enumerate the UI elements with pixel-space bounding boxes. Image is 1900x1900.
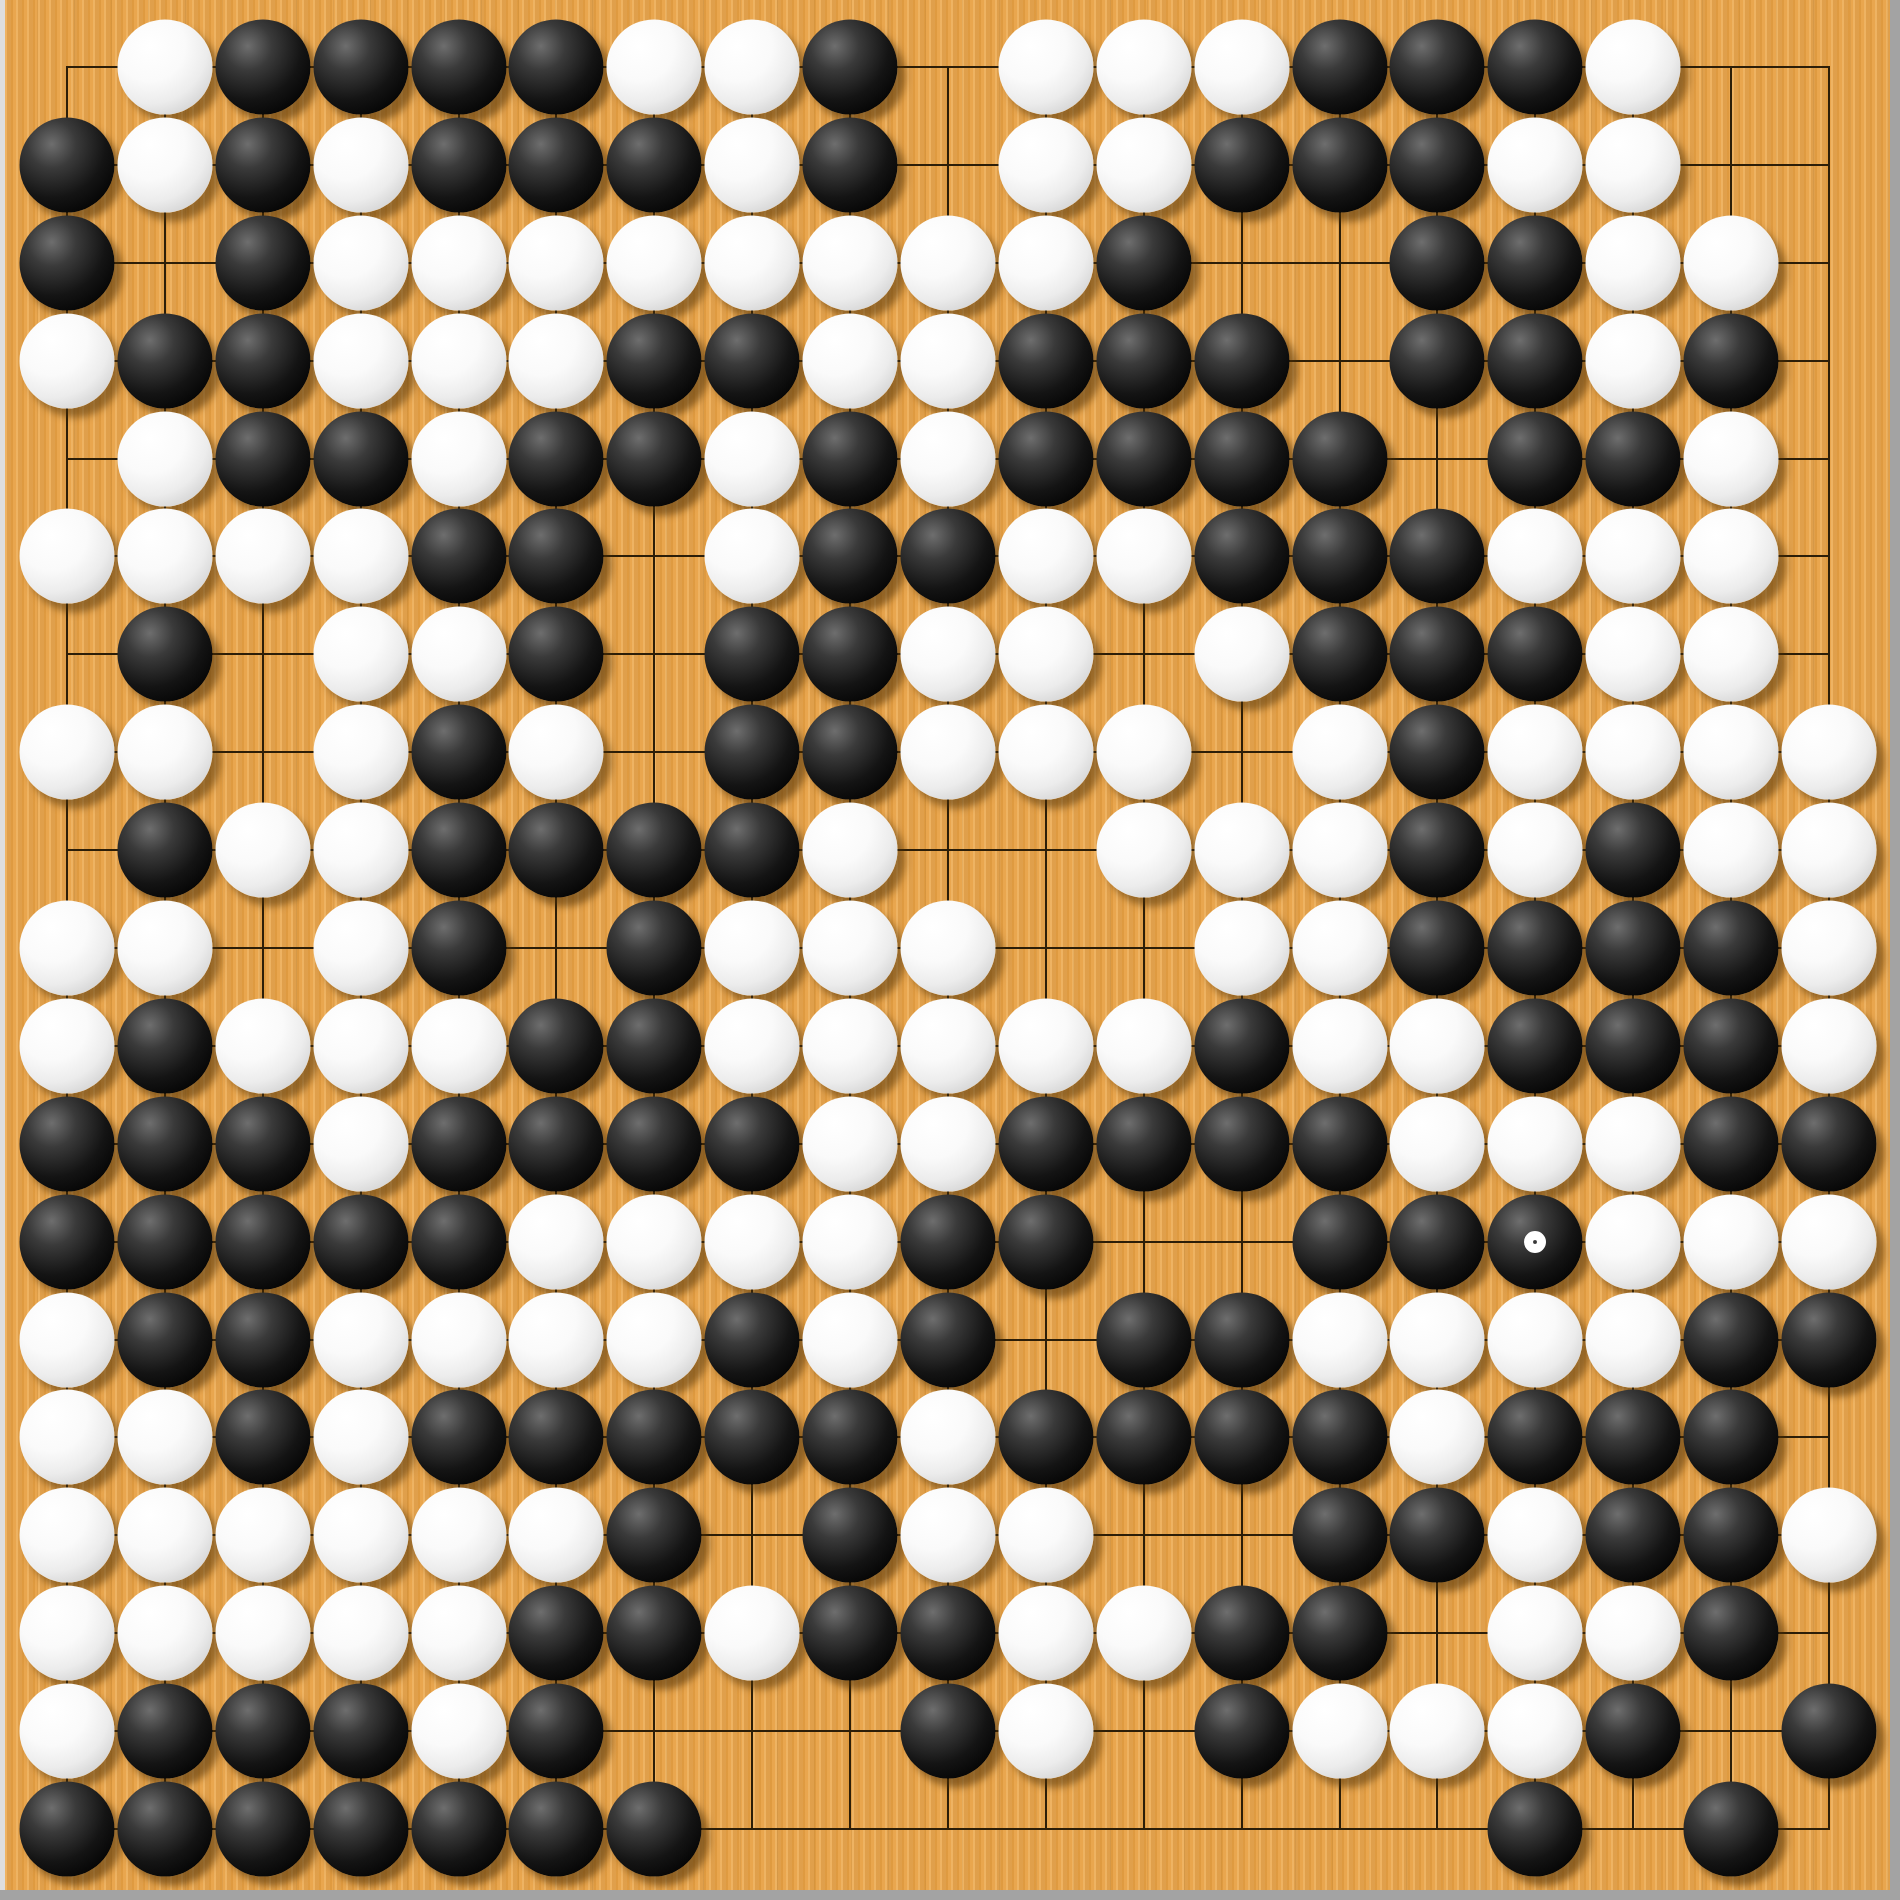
black-stone bbox=[1194, 1586, 1289, 1681]
black-stone bbox=[1782, 1292, 1877, 1387]
black-stone bbox=[705, 1390, 800, 1485]
black-stone bbox=[998, 411, 1093, 506]
black-stone bbox=[803, 20, 898, 115]
white-stone bbox=[411, 1684, 506, 1779]
black-stone bbox=[1488, 215, 1583, 310]
black-stone bbox=[1488, 998, 1583, 1093]
black-stone bbox=[607, 803, 702, 898]
black-stone bbox=[1292, 1194, 1387, 1289]
black-stone bbox=[215, 411, 310, 506]
white-stone bbox=[1586, 215, 1681, 310]
white-stone bbox=[1684, 1194, 1779, 1289]
black-stone bbox=[1292, 411, 1387, 506]
black-stone bbox=[20, 1782, 115, 1877]
black-stone bbox=[20, 1194, 115, 1289]
black-stone bbox=[215, 1390, 310, 1485]
black-stone bbox=[803, 509, 898, 604]
white-stone bbox=[215, 509, 310, 604]
black-stone bbox=[1488, 313, 1583, 408]
white-stone bbox=[313, 1390, 408, 1485]
white-stone bbox=[313, 117, 408, 212]
black-stone bbox=[1684, 901, 1779, 996]
white-stone bbox=[1194, 607, 1289, 702]
white-stone bbox=[411, 998, 506, 1093]
black-stone bbox=[1194, 1096, 1289, 1191]
black-stone bbox=[998, 313, 1093, 408]
black-stone bbox=[705, 1292, 800, 1387]
white-stone bbox=[117, 411, 212, 506]
white-stone bbox=[1292, 705, 1387, 800]
black-stone bbox=[215, 1194, 310, 1289]
white-stone bbox=[1488, 117, 1583, 212]
white-stone bbox=[1194, 901, 1289, 996]
black-stone bbox=[998, 1096, 1093, 1191]
black-stone bbox=[117, 1194, 212, 1289]
screenshot-root bbox=[0, 0, 1900, 1900]
white-stone bbox=[20, 1684, 115, 1779]
white-stone bbox=[901, 901, 996, 996]
white-stone bbox=[509, 1292, 604, 1387]
white-stone bbox=[705, 20, 800, 115]
black-stone bbox=[411, 901, 506, 996]
white-stone bbox=[509, 705, 604, 800]
white-stone bbox=[1390, 1390, 1485, 1485]
white-stone bbox=[215, 803, 310, 898]
black-stone bbox=[1292, 117, 1387, 212]
white-stone bbox=[313, 215, 408, 310]
white-stone bbox=[1292, 1292, 1387, 1387]
white-stone bbox=[117, 509, 212, 604]
black-stone bbox=[998, 1390, 1093, 1485]
white-stone bbox=[607, 1194, 702, 1289]
white-stone bbox=[901, 705, 996, 800]
white-stone bbox=[1586, 1096, 1681, 1191]
white-stone bbox=[313, 803, 408, 898]
white-stone bbox=[1586, 607, 1681, 702]
white-stone bbox=[803, 215, 898, 310]
white-stone bbox=[1684, 705, 1779, 800]
white-stone bbox=[117, 1390, 212, 1485]
black-stone bbox=[1292, 1488, 1387, 1583]
black-stone bbox=[215, 1684, 310, 1779]
black-stone bbox=[1390, 313, 1485, 408]
white-stone bbox=[1292, 901, 1387, 996]
black-stone bbox=[20, 117, 115, 212]
black-stone bbox=[705, 607, 800, 702]
black-stone bbox=[117, 313, 212, 408]
black-stone bbox=[1586, 1488, 1681, 1583]
black-stone bbox=[607, 901, 702, 996]
white-stone bbox=[20, 1488, 115, 1583]
black-stone bbox=[803, 1586, 898, 1681]
white-stone bbox=[1782, 705, 1877, 800]
black-stone bbox=[1194, 1684, 1289, 1779]
white-stone bbox=[803, 1096, 898, 1191]
black-stone bbox=[117, 607, 212, 702]
black-stone bbox=[215, 20, 310, 115]
black-stone bbox=[509, 607, 604, 702]
white-stone bbox=[1096, 20, 1191, 115]
white-stone bbox=[901, 1096, 996, 1191]
black-stone bbox=[411, 509, 506, 604]
white-stone bbox=[1096, 509, 1191, 604]
black-stone bbox=[117, 998, 212, 1093]
black-stone bbox=[998, 1194, 1093, 1289]
white-stone bbox=[509, 313, 604, 408]
white-stone bbox=[117, 901, 212, 996]
black-stone bbox=[117, 1096, 212, 1191]
white-stone bbox=[313, 509, 408, 604]
white-stone bbox=[411, 1586, 506, 1681]
white-stone bbox=[998, 509, 1093, 604]
black-stone bbox=[1586, 901, 1681, 996]
white-stone bbox=[20, 998, 115, 1093]
white-stone bbox=[901, 313, 996, 408]
white-stone bbox=[803, 998, 898, 1093]
white-stone bbox=[313, 313, 408, 408]
white-stone bbox=[20, 1292, 115, 1387]
white-stone bbox=[705, 215, 800, 310]
white-stone bbox=[901, 1488, 996, 1583]
white-stone bbox=[117, 117, 212, 212]
white-stone bbox=[411, 1488, 506, 1583]
black-stone bbox=[1194, 313, 1289, 408]
white-stone bbox=[901, 215, 996, 310]
black-stone bbox=[803, 607, 898, 702]
black-stone bbox=[1782, 1684, 1877, 1779]
white-stone bbox=[901, 411, 996, 506]
black-stone bbox=[1684, 1782, 1779, 1877]
black-stone bbox=[313, 1782, 408, 1877]
white-stone bbox=[509, 1194, 604, 1289]
white-stone bbox=[1586, 1292, 1681, 1387]
board-edge-bottom bbox=[0, 1890, 1900, 1900]
black-stone bbox=[803, 705, 898, 800]
white-stone bbox=[1488, 1292, 1583, 1387]
black-stone bbox=[411, 1390, 506, 1485]
black-stone bbox=[1292, 1390, 1387, 1485]
black-stone bbox=[1684, 313, 1779, 408]
black-stone bbox=[509, 509, 604, 604]
white-stone bbox=[998, 998, 1093, 1093]
black-stone bbox=[1096, 1292, 1191, 1387]
black-stone bbox=[1390, 1194, 1485, 1289]
white-stone bbox=[607, 215, 702, 310]
white-stone bbox=[1586, 20, 1681, 115]
black-stone bbox=[509, 20, 604, 115]
black-stone bbox=[411, 1096, 506, 1191]
black-stone bbox=[1684, 998, 1779, 1093]
black-stone bbox=[1586, 1390, 1681, 1485]
black-stone bbox=[1292, 509, 1387, 604]
white-stone bbox=[20, 313, 115, 408]
white-stone bbox=[901, 1390, 996, 1485]
black-stone bbox=[1096, 1096, 1191, 1191]
white-stone bbox=[1096, 1586, 1191, 1681]
white-stone bbox=[998, 117, 1093, 212]
black-stone bbox=[1390, 803, 1485, 898]
white-stone bbox=[313, 1096, 408, 1191]
black-stone bbox=[607, 1096, 702, 1191]
black-stone bbox=[901, 509, 996, 604]
black-stone bbox=[705, 1096, 800, 1191]
black-stone bbox=[901, 1586, 996, 1681]
black-stone bbox=[117, 803, 212, 898]
black-stone bbox=[1586, 998, 1681, 1093]
black-stone bbox=[215, 1292, 310, 1387]
white-stone bbox=[1096, 705, 1191, 800]
white-stone bbox=[1096, 803, 1191, 898]
white-stone bbox=[1684, 607, 1779, 702]
black-stone bbox=[705, 705, 800, 800]
white-stone bbox=[607, 1292, 702, 1387]
white-stone bbox=[509, 1488, 604, 1583]
black-stone bbox=[509, 1586, 604, 1681]
white-stone bbox=[705, 411, 800, 506]
white-stone bbox=[411, 411, 506, 506]
white-stone bbox=[1390, 1096, 1485, 1191]
black-stone bbox=[1488, 901, 1583, 996]
black-stone bbox=[1586, 803, 1681, 898]
white-stone bbox=[1684, 411, 1779, 506]
white-stone bbox=[901, 998, 996, 1093]
black-stone bbox=[215, 313, 310, 408]
black-stone bbox=[313, 20, 408, 115]
black-stone bbox=[1292, 20, 1387, 115]
black-stone bbox=[215, 117, 310, 212]
black-stone bbox=[411, 1782, 506, 1877]
black-stone bbox=[1684, 1292, 1779, 1387]
white-stone bbox=[1586, 1194, 1681, 1289]
white-stone bbox=[313, 1292, 408, 1387]
black-stone bbox=[1488, 1782, 1583, 1877]
white-stone bbox=[803, 1292, 898, 1387]
black-stone bbox=[215, 215, 310, 310]
black-stone bbox=[1292, 1096, 1387, 1191]
white-stone bbox=[998, 215, 1093, 310]
white-stone bbox=[1488, 1684, 1583, 1779]
black-stone bbox=[313, 411, 408, 506]
white-stone bbox=[705, 998, 800, 1093]
black-stone bbox=[1488, 20, 1583, 115]
black-stone bbox=[1096, 1390, 1191, 1485]
white-stone bbox=[1586, 705, 1681, 800]
white-stone bbox=[1684, 509, 1779, 604]
board-edge-right bbox=[1890, 0, 1900, 1900]
white-stone bbox=[705, 117, 800, 212]
black-stone bbox=[607, 1488, 702, 1583]
black-stone bbox=[1194, 117, 1289, 212]
black-stone bbox=[1194, 998, 1289, 1093]
white-stone bbox=[998, 705, 1093, 800]
black-stone bbox=[411, 803, 506, 898]
black-stone bbox=[509, 411, 604, 506]
black-stone bbox=[607, 1782, 702, 1877]
white-stone bbox=[1488, 705, 1583, 800]
white-stone bbox=[803, 803, 898, 898]
black-stone bbox=[411, 1194, 506, 1289]
black-stone bbox=[215, 1782, 310, 1877]
white-stone bbox=[1292, 998, 1387, 1093]
white-stone bbox=[803, 1194, 898, 1289]
black-stone bbox=[1782, 1096, 1877, 1191]
black-stone bbox=[509, 803, 604, 898]
white-stone bbox=[20, 1390, 115, 1485]
white-stone bbox=[313, 1488, 408, 1583]
white-stone bbox=[117, 20, 212, 115]
black-stone bbox=[1096, 313, 1191, 408]
white-stone bbox=[1488, 1096, 1583, 1191]
black-stone bbox=[1390, 1488, 1485, 1583]
white-stone bbox=[705, 1586, 800, 1681]
black-stone bbox=[1586, 411, 1681, 506]
white-stone bbox=[313, 705, 408, 800]
black-stone bbox=[901, 1684, 996, 1779]
white-stone bbox=[607, 20, 702, 115]
black-stone bbox=[117, 1782, 212, 1877]
white-stone bbox=[20, 1586, 115, 1681]
black-stone bbox=[1390, 607, 1485, 702]
white-stone bbox=[215, 1586, 310, 1681]
white-stone bbox=[313, 998, 408, 1093]
black-stone bbox=[1488, 1390, 1583, 1485]
white-stone bbox=[411, 215, 506, 310]
white-stone bbox=[117, 1586, 212, 1681]
black-stone bbox=[1586, 1684, 1681, 1779]
black-stone bbox=[1096, 411, 1191, 506]
white-stone bbox=[998, 1488, 1093, 1583]
white-stone bbox=[803, 313, 898, 408]
white-stone bbox=[705, 509, 800, 604]
black-stone bbox=[803, 411, 898, 506]
black-stone bbox=[803, 1390, 898, 1485]
white-stone bbox=[1390, 998, 1485, 1093]
white-stone bbox=[901, 607, 996, 702]
white-stone bbox=[1488, 803, 1583, 898]
white-stone bbox=[411, 607, 506, 702]
white-stone bbox=[1782, 1488, 1877, 1583]
white-stone bbox=[117, 1488, 212, 1583]
black-stone bbox=[1684, 1488, 1779, 1583]
black-stone bbox=[1684, 1390, 1779, 1485]
black-stone bbox=[1292, 1586, 1387, 1681]
black-stone bbox=[1390, 509, 1485, 604]
white-stone bbox=[1096, 998, 1191, 1093]
white-stone bbox=[215, 1488, 310, 1583]
black-stone bbox=[313, 1194, 408, 1289]
black-stone bbox=[1488, 411, 1583, 506]
white-stone bbox=[313, 1586, 408, 1681]
black-stone bbox=[509, 1096, 604, 1191]
white-stone bbox=[1586, 1586, 1681, 1681]
black-stone bbox=[20, 215, 115, 310]
white-stone bbox=[998, 1684, 1093, 1779]
go-board[interactable] bbox=[0, 0, 1900, 1900]
board-edge-left bbox=[0, 0, 5, 1900]
black-stone bbox=[1684, 1096, 1779, 1191]
black-stone bbox=[215, 1096, 310, 1191]
black-stone bbox=[901, 1194, 996, 1289]
black-stone bbox=[509, 117, 604, 212]
white-stone bbox=[1586, 313, 1681, 408]
white-stone bbox=[1096, 117, 1191, 212]
black-stone bbox=[705, 803, 800, 898]
white-stone bbox=[998, 20, 1093, 115]
black-stone bbox=[901, 1292, 996, 1387]
black-stone bbox=[1390, 20, 1485, 115]
black-stone bbox=[313, 1684, 408, 1779]
white-stone bbox=[1782, 901, 1877, 996]
black-stone bbox=[1390, 117, 1485, 212]
black-stone bbox=[1488, 607, 1583, 702]
white-stone bbox=[1488, 1488, 1583, 1583]
white-stone bbox=[411, 313, 506, 408]
black-stone bbox=[1194, 411, 1289, 506]
black-stone bbox=[1096, 215, 1191, 310]
black-stone bbox=[1684, 1586, 1779, 1681]
black-stone bbox=[607, 411, 702, 506]
white-stone bbox=[1782, 803, 1877, 898]
white-stone bbox=[1292, 803, 1387, 898]
black-stone bbox=[509, 1782, 604, 1877]
white-stone bbox=[117, 705, 212, 800]
white-stone bbox=[1782, 1194, 1877, 1289]
black-stone bbox=[1194, 1390, 1289, 1485]
white-stone bbox=[1488, 509, 1583, 604]
black-stone bbox=[509, 1390, 604, 1485]
white-stone bbox=[509, 215, 604, 310]
white-stone bbox=[313, 901, 408, 996]
black-stone bbox=[1390, 901, 1485, 996]
white-stone bbox=[1684, 215, 1779, 310]
white-stone bbox=[215, 998, 310, 1093]
white-stone bbox=[20, 509, 115, 604]
white-stone bbox=[1684, 803, 1779, 898]
white-stone bbox=[313, 607, 408, 702]
white-stone bbox=[20, 901, 115, 996]
black-stone bbox=[411, 117, 506, 212]
black-stone bbox=[607, 313, 702, 408]
black-stone bbox=[705, 313, 800, 408]
white-stone bbox=[1194, 20, 1289, 115]
white-stone bbox=[20, 705, 115, 800]
black-stone bbox=[117, 1292, 212, 1387]
black-stone bbox=[1194, 509, 1289, 604]
black-stone bbox=[607, 998, 702, 1093]
white-stone bbox=[705, 901, 800, 996]
white-stone bbox=[998, 1586, 1093, 1681]
black-stone bbox=[509, 1684, 604, 1779]
black-stone bbox=[803, 1488, 898, 1583]
white-stone bbox=[1488, 1586, 1583, 1681]
white-stone bbox=[705, 1194, 800, 1289]
white-stone bbox=[998, 607, 1093, 702]
black-stone bbox=[509, 998, 604, 1093]
white-stone bbox=[1586, 117, 1681, 212]
white-stone bbox=[1292, 1684, 1387, 1779]
black-stone bbox=[411, 705, 506, 800]
white-stone bbox=[411, 1292, 506, 1387]
white-stone bbox=[1390, 1684, 1485, 1779]
black-stone bbox=[20, 1096, 115, 1191]
black-stone bbox=[607, 117, 702, 212]
black-stone bbox=[1390, 705, 1485, 800]
white-stone bbox=[803, 901, 898, 996]
white-stone bbox=[1390, 1292, 1485, 1387]
black-stone bbox=[803, 117, 898, 212]
black-stone bbox=[607, 1390, 702, 1485]
white-stone bbox=[1194, 803, 1289, 898]
